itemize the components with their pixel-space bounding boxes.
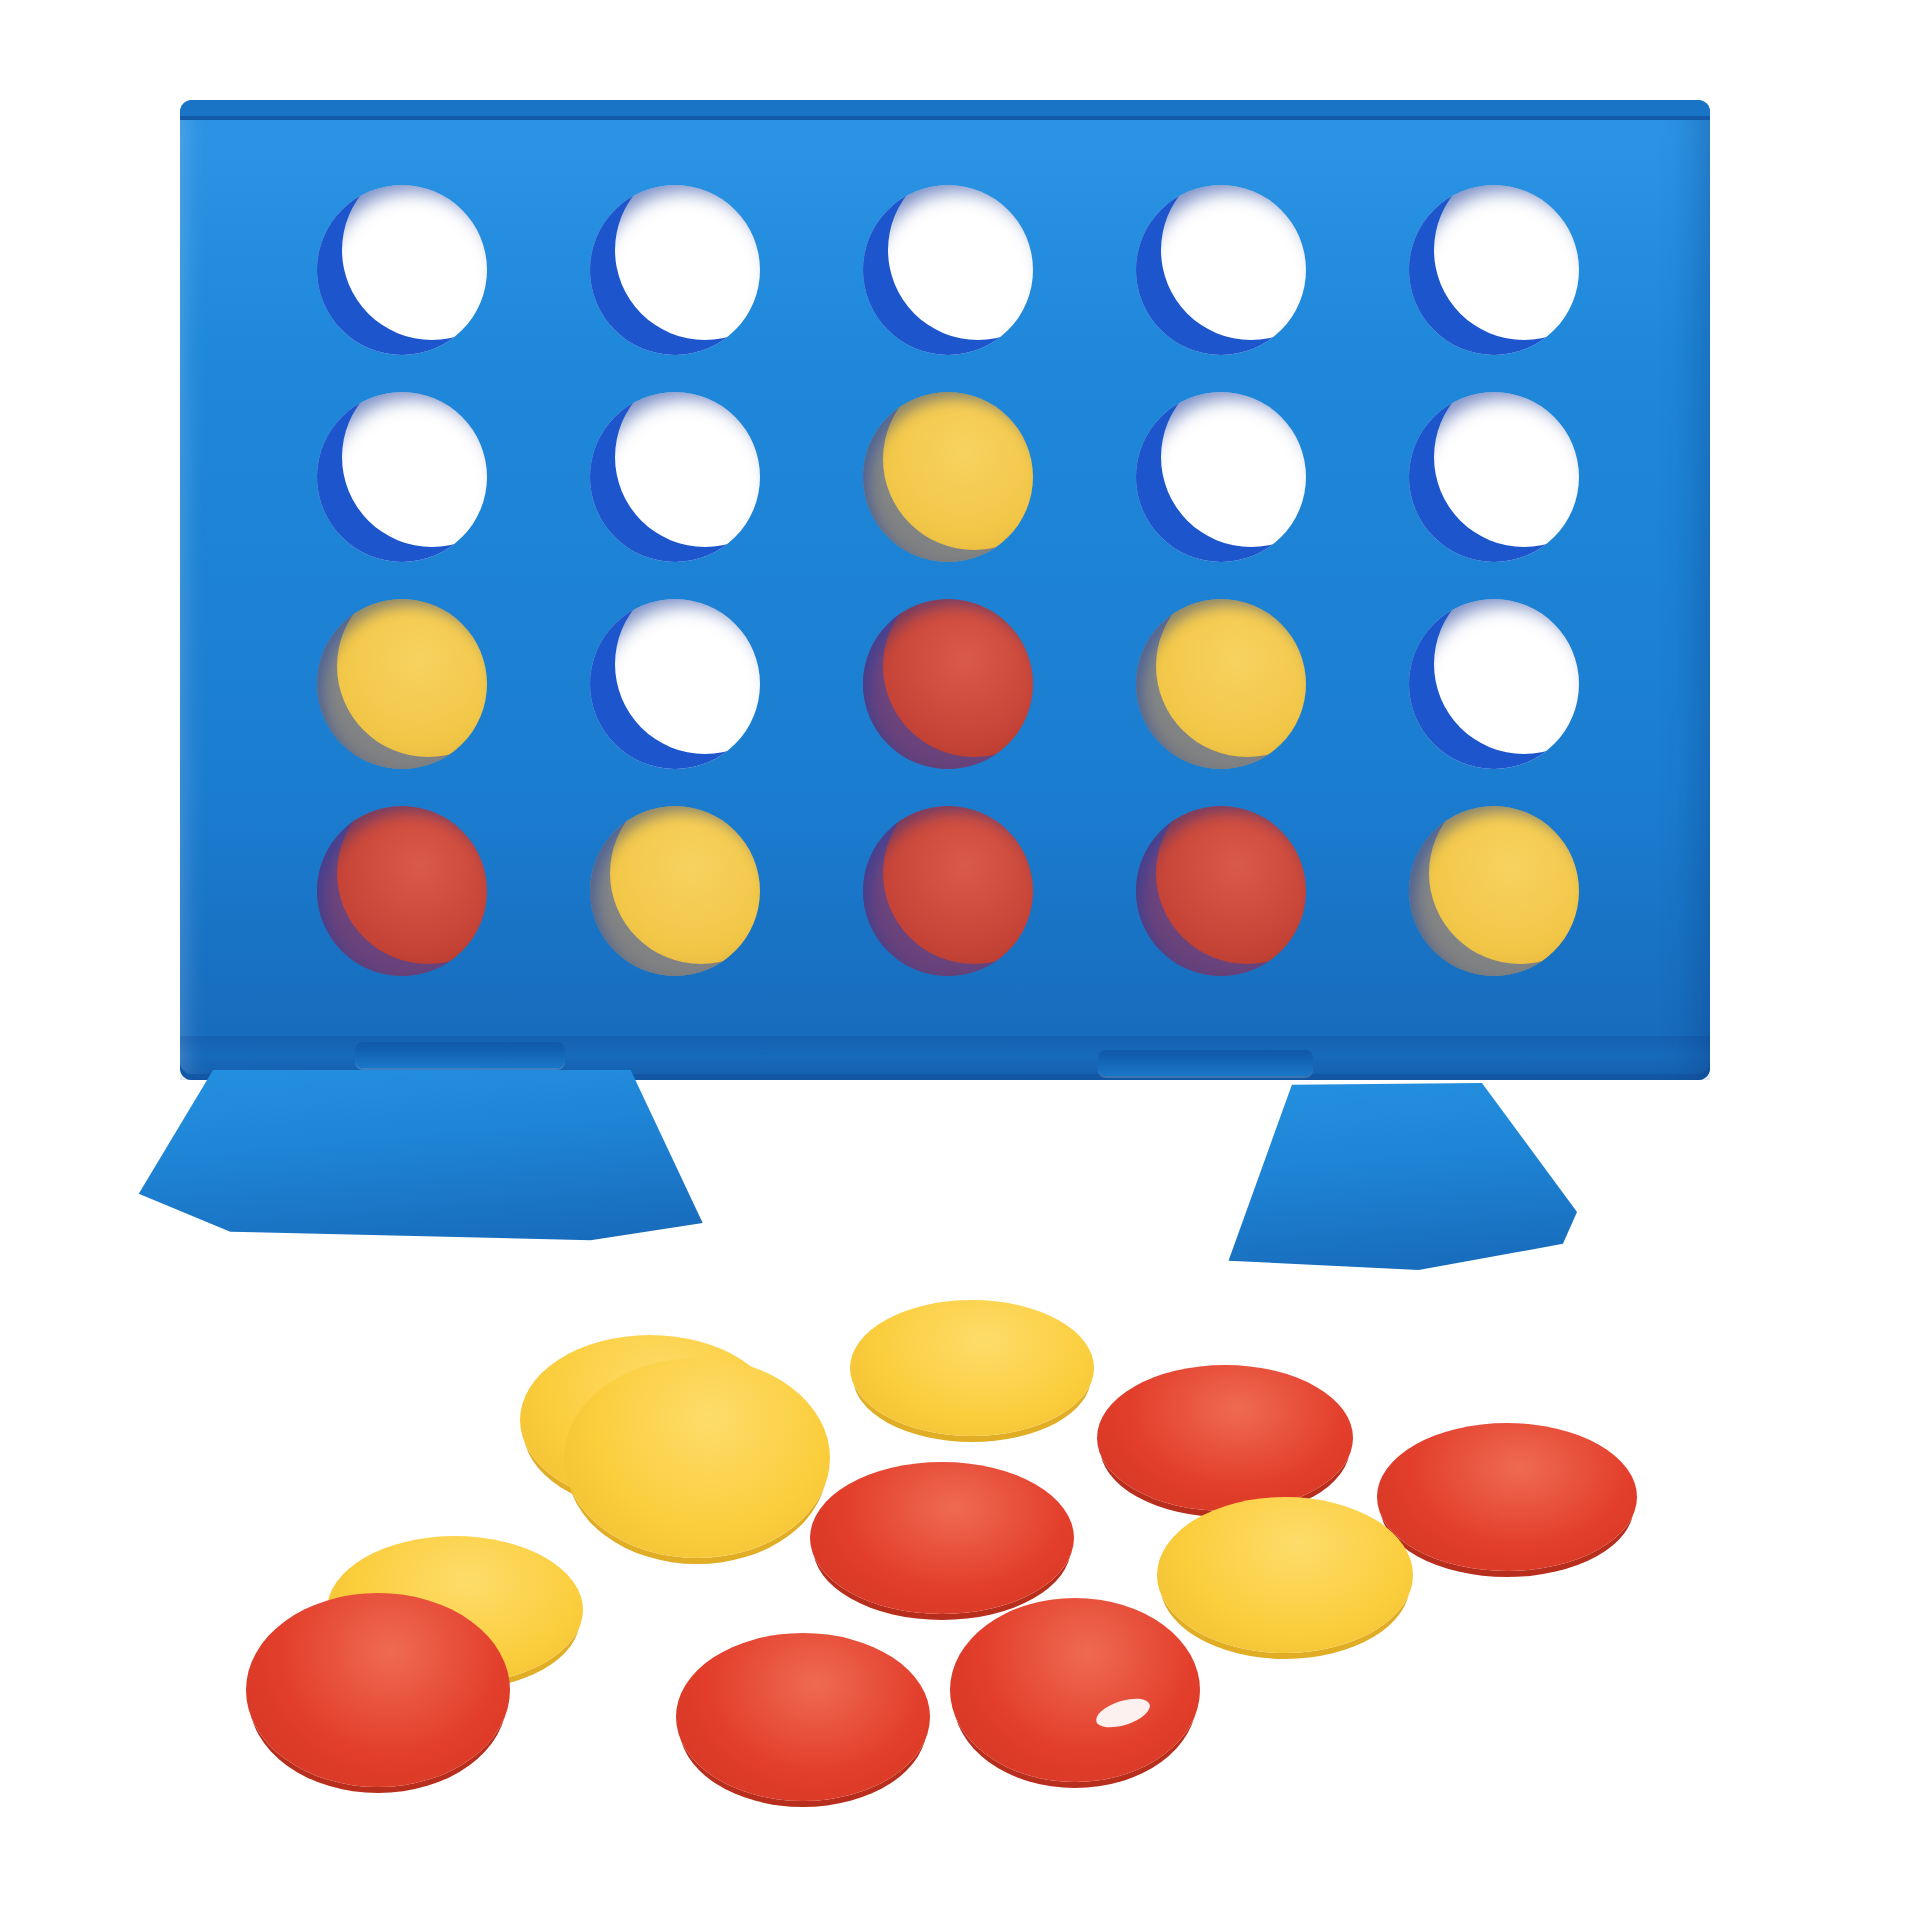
board-hole-empty[interactable] (590, 392, 760, 562)
loose-disc-yellow[interactable] (564, 1358, 830, 1558)
loose-disc-red[interactable] (950, 1598, 1200, 1782)
board-hole-empty[interactable] (317, 392, 487, 562)
board-hole-empty[interactable] (590, 185, 760, 355)
board-disc-red[interactable] (863, 806, 1033, 976)
loose-disc-yellow[interactable] (1157, 1497, 1413, 1653)
specular-highlight (1093, 1693, 1154, 1733)
stand-hinge-right (1098, 1050, 1313, 1076)
board-hole-empty[interactable] (1409, 185, 1579, 355)
loose-disc-yellow[interactable] (850, 1300, 1094, 1436)
board-hole-empty[interactable] (1136, 392, 1306, 562)
game-stand (180, 100, 1710, 1080)
board-hole-empty[interactable] (590, 599, 760, 769)
board-disc-yellow[interactable] (590, 806, 760, 976)
board-hole-empty[interactable] (1409, 392, 1579, 562)
board-hole-empty[interactable] (1136, 185, 1306, 355)
board-hole-empty[interactable] (317, 185, 487, 355)
board-hole-empty[interactable] (863, 185, 1033, 355)
loose-disc-red[interactable] (810, 1462, 1074, 1614)
stand-hinge-left (355, 1042, 565, 1068)
board-disc-yellow[interactable] (317, 599, 487, 769)
stand-top-lip (180, 100, 1710, 120)
board-disc-yellow[interactable] (863, 392, 1033, 562)
loose-disc-red[interactable] (676, 1633, 930, 1801)
board-disc-yellow[interactable] (1409, 806, 1579, 976)
board-disc-yellow[interactable] (1136, 599, 1306, 769)
stand-foot-left (133, 1070, 705, 1242)
connect-four-photo (0, 0, 1920, 1920)
board-hole-empty[interactable] (1409, 599, 1579, 769)
stand-foot-right (1225, 1083, 1577, 1270)
loose-disc-red[interactable] (246, 1593, 510, 1787)
board-disc-red[interactable] (317, 806, 487, 976)
loose-disc-red[interactable] (1377, 1423, 1637, 1571)
board-disc-red[interactable] (863, 599, 1033, 769)
loose-disc-red[interactable] (1097, 1365, 1353, 1511)
board-disc-red[interactable] (1136, 806, 1306, 976)
